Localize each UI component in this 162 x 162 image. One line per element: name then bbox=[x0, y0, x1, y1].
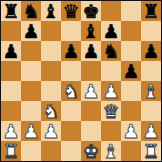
square-c1[interactable] bbox=[41, 141, 61, 161]
piece-white-pawn[interactable]: ♟ bbox=[102, 81, 119, 101]
square-e4[interactable]: ♟ bbox=[81, 81, 101, 101]
square-g5[interactable]: ♟ bbox=[121, 61, 141, 81]
square-f1[interactable]: ♝ bbox=[101, 141, 121, 161]
square-d6[interactable]: ♟ bbox=[61, 41, 81, 61]
square-b6[interactable] bbox=[21, 41, 41, 61]
square-a5[interactable] bbox=[1, 61, 21, 81]
square-b1[interactable] bbox=[21, 141, 41, 161]
square-f3[interactable]: ♛ bbox=[101, 101, 121, 121]
square-g2[interactable]: ♟ bbox=[121, 121, 141, 141]
piece-black-knight[interactable]: ♞ bbox=[102, 41, 119, 61]
square-a2[interactable]: ♟ bbox=[1, 121, 21, 141]
square-c6[interactable] bbox=[41, 41, 61, 61]
square-h2[interactable]: ♟ bbox=[141, 121, 161, 141]
square-e6[interactable]: ♟ bbox=[81, 41, 101, 61]
square-f6[interactable]: ♞ bbox=[101, 41, 121, 61]
piece-black-queen[interactable]: ♛ bbox=[62, 1, 79, 21]
square-a4[interactable] bbox=[1, 81, 21, 101]
square-c2[interactable]: ♟ bbox=[41, 121, 61, 141]
square-h8[interactable]: ♜ bbox=[141, 1, 161, 21]
piece-white-pawn[interactable]: ♟ bbox=[82, 81, 99, 101]
square-a1[interactable]: ♜ bbox=[1, 141, 21, 161]
piece-white-pawn[interactable]: ♟ bbox=[122, 121, 139, 141]
square-c8[interactable]: ♝ bbox=[41, 1, 61, 21]
piece-black-rook[interactable]: ♜ bbox=[2, 1, 19, 21]
piece-black-pawn[interactable]: ♟ bbox=[2, 41, 19, 61]
piece-black-pawn[interactable]: ♟ bbox=[142, 41, 159, 61]
square-d7[interactable] bbox=[61, 21, 81, 41]
square-b8[interactable]: ♞ bbox=[21, 1, 41, 21]
square-h3[interactable] bbox=[141, 101, 161, 121]
square-g4[interactable] bbox=[121, 81, 141, 101]
piece-black-pawn[interactable]: ♟ bbox=[22, 21, 39, 41]
square-c3[interactable]: ♞ bbox=[41, 101, 61, 121]
square-f5[interactable] bbox=[101, 61, 121, 81]
square-g7[interactable] bbox=[121, 21, 141, 41]
square-g1[interactable] bbox=[121, 141, 141, 161]
square-c7[interactable] bbox=[41, 21, 61, 41]
square-e7[interactable]: ♝ bbox=[81, 21, 101, 41]
piece-white-pawn[interactable]: ♟ bbox=[142, 121, 159, 141]
chess-board: ♜♞♝♛♚♜♟♝♟♟♟♟♞♟♟♞♟♟♝♞♛♟♟♟♟♟♜♚♝♜ bbox=[0, 0, 162, 162]
square-a8[interactable]: ♜ bbox=[1, 1, 21, 21]
square-g6[interactable] bbox=[121, 41, 141, 61]
square-e3[interactable] bbox=[81, 101, 101, 121]
piece-white-pawn[interactable]: ♟ bbox=[2, 121, 19, 141]
square-a3[interactable] bbox=[1, 101, 21, 121]
square-b7[interactable]: ♟ bbox=[21, 21, 41, 41]
piece-white-bishop[interactable]: ♝ bbox=[102, 141, 119, 161]
piece-black-king[interactable]: ♚ bbox=[82, 1, 99, 21]
piece-black-pawn[interactable]: ♟ bbox=[82, 41, 99, 61]
square-h6[interactable]: ♟ bbox=[141, 41, 161, 61]
square-d8[interactable]: ♛ bbox=[61, 1, 81, 21]
square-d3[interactable] bbox=[61, 101, 81, 121]
piece-white-pawn[interactable]: ♟ bbox=[22, 121, 39, 141]
square-h1[interactable]: ♜ bbox=[141, 141, 161, 161]
square-d1[interactable] bbox=[61, 141, 81, 161]
piece-white-king[interactable]: ♚ bbox=[82, 141, 99, 161]
piece-black-pawn[interactable]: ♟ bbox=[102, 21, 119, 41]
piece-black-bishop[interactable]: ♝ bbox=[42, 1, 59, 21]
piece-black-pawn[interactable]: ♟ bbox=[62, 41, 79, 61]
square-h4[interactable]: ♝ bbox=[141, 81, 161, 101]
piece-white-knight[interactable]: ♞ bbox=[62, 81, 79, 101]
piece-white-rook[interactable]: ♜ bbox=[2, 141, 19, 161]
piece-black-pawn[interactable]: ♟ bbox=[122, 61, 139, 81]
square-h7[interactable] bbox=[141, 21, 161, 41]
square-f7[interactable]: ♟ bbox=[101, 21, 121, 41]
square-d4[interactable]: ♞ bbox=[61, 81, 81, 101]
square-h5[interactable] bbox=[141, 61, 161, 81]
square-g3[interactable] bbox=[121, 101, 141, 121]
piece-white-pawn[interactable]: ♟ bbox=[42, 121, 59, 141]
piece-black-knight[interactable]: ♞ bbox=[22, 1, 39, 21]
square-d2[interactable] bbox=[61, 121, 81, 141]
square-g8[interactable] bbox=[121, 1, 141, 21]
piece-black-rook[interactable]: ♜ bbox=[142, 1, 159, 21]
square-a6[interactable]: ♟ bbox=[1, 41, 21, 61]
square-c4[interactable] bbox=[41, 81, 61, 101]
square-c5[interactable] bbox=[41, 61, 61, 81]
square-d5[interactable] bbox=[61, 61, 81, 81]
square-f2[interactable] bbox=[101, 121, 121, 141]
square-e2[interactable] bbox=[81, 121, 101, 141]
square-f4[interactable]: ♟ bbox=[101, 81, 121, 101]
piece-white-rook[interactable]: ♜ bbox=[142, 141, 159, 161]
square-b3[interactable] bbox=[21, 101, 41, 121]
square-b5[interactable] bbox=[21, 61, 41, 81]
square-e5[interactable] bbox=[81, 61, 101, 81]
square-e8[interactable]: ♚ bbox=[81, 1, 101, 21]
square-b2[interactable]: ♟ bbox=[21, 121, 41, 141]
piece-white-knight[interactable]: ♞ bbox=[42, 101, 59, 121]
square-a7[interactable] bbox=[1, 21, 21, 41]
square-e1[interactable]: ♚ bbox=[81, 141, 101, 161]
piece-white-queen[interactable]: ♛ bbox=[102, 101, 119, 121]
square-f8[interactable] bbox=[101, 1, 121, 21]
square-b4[interactable] bbox=[21, 81, 41, 101]
piece-white-bishop[interactable]: ♝ bbox=[142, 81, 159, 101]
piece-black-bishop[interactable]: ♝ bbox=[82, 21, 99, 41]
